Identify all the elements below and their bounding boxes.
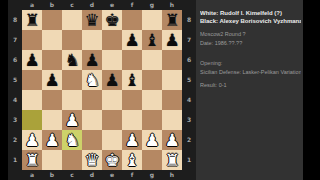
file-label-d: d <box>82 170 102 180</box>
file-label-c: c <box>62 0 82 10</box>
rank-label-4: 4 <box>182 90 196 110</box>
square-e7[interactable] <box>102 30 122 50</box>
piece-black-bishop: ♝ <box>144 30 159 50</box>
square-b6[interactable] <box>42 50 62 70</box>
rank-label-5: 5 <box>8 70 22 90</box>
rank-label-7: 7 <box>182 30 196 50</box>
file-label-f: f <box>122 170 142 180</box>
game-info-panel: White: Rudolf I. Kimelfeld (?) Black: Al… <box>196 0 303 180</box>
file-label-g: g <box>142 170 162 180</box>
date-label: Date: 1986.??.?? <box>200 40 301 47</box>
square-a3[interactable] <box>22 110 42 130</box>
square-e4[interactable] <box>102 90 122 110</box>
piece-black-rook: ♜ <box>24 10 39 30</box>
piece-white-pawn: ♟ <box>124 130 139 150</box>
piece-black-rook: ♜ <box>164 10 179 30</box>
file-label-e: e <box>102 0 122 10</box>
square-g6[interactable] <box>142 50 162 70</box>
square-e6[interactable] <box>102 50 122 70</box>
piece-white-bishop: ♝ <box>124 150 139 170</box>
piece-white-king: ♚ <box>104 150 119 170</box>
rank-label-6: 6 <box>8 50 22 70</box>
file-label-a: a <box>22 170 42 180</box>
black-player-label: Black: Alexey Borisovich Vyzhmanavin (?) <box>200 17 301 25</box>
square-e2[interactable] <box>102 130 122 150</box>
square-g7[interactable]: ♝ <box>142 30 162 50</box>
square-c5[interactable] <box>62 70 82 90</box>
rank-label-3: 3 <box>8 110 22 130</box>
rank-label-8: 8 <box>8 10 22 30</box>
square-h3[interactable] <box>162 110 182 130</box>
square-g2[interactable]: ♟ <box>142 130 162 150</box>
square-b5[interactable]: ♟ <box>42 70 62 90</box>
square-e5[interactable]: ♟ <box>102 70 122 90</box>
rank-label-3: 3 <box>182 110 196 130</box>
square-c1[interactable] <box>62 150 82 170</box>
square-a2[interactable]: ♟ <box>22 130 42 150</box>
square-b7[interactable] <box>42 30 62 50</box>
white-player-label: White: Rudolf I. Kimelfeld (?) <box>200 9 301 17</box>
opening-label: Opening: <box>200 60 301 67</box>
square-b3[interactable] <box>42 110 62 130</box>
square-g3[interactable] <box>142 110 162 130</box>
file-labels-top: abcdefgh <box>22 0 182 10</box>
event-label: Moscow2 Round ? <box>200 31 301 38</box>
piece-white-pawn: ♟ <box>64 110 79 130</box>
file-label-f: f <box>122 0 142 10</box>
rank-label-1: 1 <box>182 150 196 170</box>
square-a7[interactable] <box>22 30 42 50</box>
result-label: Result: 0-1 <box>200 82 301 89</box>
square-f2[interactable]: ♟ <box>122 130 142 150</box>
file-label-g: g <box>142 0 162 10</box>
square-c8[interactable] <box>62 10 82 30</box>
chess-board-frame: abcdefgh 87654321 ♜♛♚♜♟♝♟♟♞♟♟♞♟♝♟♟♟♞♟♟♟♜… <box>8 0 196 180</box>
square-g4[interactable] <box>142 90 162 110</box>
square-h2[interactable]: ♟ <box>162 130 182 150</box>
square-d8[interactable]: ♛ <box>82 10 102 30</box>
square-h1[interactable]: ♜ <box>162 150 182 170</box>
rank-labels-left: 87654321 <box>8 10 22 170</box>
rank-labels-right: 87654321 <box>182 10 196 170</box>
square-d4[interactable] <box>82 90 102 110</box>
rank-label-5: 5 <box>182 70 196 90</box>
square-c2[interactable]: ♞ <box>62 130 82 150</box>
opening-name: Sicilian Defense: Lasker-Pelikan Variati… <box>200 69 301 76</box>
square-c6[interactable]: ♞ <box>62 50 82 70</box>
square-a5[interactable] <box>22 70 42 90</box>
square-g5[interactable] <box>142 70 162 90</box>
square-h8[interactable]: ♜ <box>162 10 182 30</box>
piece-black-bishop: ♝ <box>124 70 139 90</box>
square-b2[interactable]: ♟ <box>42 130 62 150</box>
rank-label-6: 6 <box>182 50 196 70</box>
square-f8[interactable] <box>122 10 142 30</box>
piece-white-rook: ♜ <box>24 150 39 170</box>
piece-white-pawn: ♟ <box>44 130 59 150</box>
square-f7[interactable]: ♟ <box>122 30 142 50</box>
square-f6[interactable] <box>122 50 142 70</box>
file-label-a: a <box>22 0 42 10</box>
file-label-d: d <box>82 0 102 10</box>
square-d5[interactable]: ♞ <box>82 70 102 90</box>
right-black-bar <box>303 0 320 180</box>
piece-white-pawn: ♟ <box>24 130 39 150</box>
file-label-h: h <box>162 0 182 10</box>
file-label-b: b <box>42 170 62 180</box>
square-a8[interactable]: ♜ <box>22 10 42 30</box>
chess-board[interactable]: ♜♛♚♜♟♝♟♟♞♟♟♞♟♝♟♟♟♞♟♟♟♜♛♚♝♜ <box>22 10 182 170</box>
square-d6[interactable]: ♟ <box>82 50 102 70</box>
screen: abcdefgh 87654321 ♜♛♚♜♟♝♟♟♞♟♟♞♟♝♟♟♟♞♟♟♟♜… <box>0 0 320 180</box>
square-f3[interactable] <box>122 110 142 130</box>
square-b8[interactable] <box>42 10 62 30</box>
piece-white-rook: ♜ <box>164 150 179 170</box>
square-c4[interactable] <box>62 90 82 110</box>
square-a4[interactable] <box>22 90 42 110</box>
rank-label-2: 2 <box>8 130 22 150</box>
board-middle-row: 87654321 ♜♛♚♜♟♝♟♟♞♟♟♞♟♝♟♟♟♞♟♟♟♜♛♚♝♜ 8765… <box>8 10 196 170</box>
piece-black-knight: ♞ <box>64 50 79 70</box>
square-c7[interactable] <box>62 30 82 50</box>
file-label-b: b <box>42 0 62 10</box>
square-d2[interactable] <box>82 130 102 150</box>
square-c3[interactable]: ♟ <box>62 110 82 130</box>
rank-label-4: 4 <box>8 90 22 110</box>
piece-black-pawn: ♟ <box>164 30 179 50</box>
square-h6[interactable] <box>162 50 182 70</box>
square-h7[interactable]: ♟ <box>162 30 182 50</box>
piece-black-king: ♚ <box>104 10 119 30</box>
piece-black-pawn: ♟ <box>84 50 99 70</box>
file-label-e: e <box>102 170 122 180</box>
rank-label-2: 2 <box>182 130 196 150</box>
piece-white-pawn: ♟ <box>164 130 179 150</box>
file-label-h: h <box>162 170 182 180</box>
square-e8[interactable]: ♚ <box>102 10 122 30</box>
square-h5[interactable] <box>162 70 182 90</box>
piece-white-knight: ♞ <box>64 130 79 150</box>
piece-black-queen: ♛ <box>84 10 99 30</box>
rank-label-1: 1 <box>8 150 22 170</box>
square-b4[interactable] <box>42 90 62 110</box>
square-b1[interactable] <box>42 150 62 170</box>
square-e1[interactable]: ♚ <box>102 150 122 170</box>
piece-black-pawn: ♟ <box>44 70 59 90</box>
square-f1[interactable]: ♝ <box>122 150 142 170</box>
rank-label-7: 7 <box>8 30 22 50</box>
piece-black-pawn: ♟ <box>24 50 39 70</box>
square-a1[interactable]: ♜ <box>22 150 42 170</box>
square-e3[interactable] <box>102 110 122 130</box>
piece-white-pawn: ♟ <box>144 130 159 150</box>
piece-black-pawn: ♟ <box>104 70 119 90</box>
square-a6[interactable]: ♟ <box>22 50 42 70</box>
rank-label-8: 8 <box>182 10 196 30</box>
square-h4[interactable] <box>162 90 182 110</box>
square-f4[interactable] <box>122 90 142 110</box>
piece-white-knight: ♞ <box>84 70 99 90</box>
square-d3[interactable] <box>82 110 102 130</box>
file-label-c: c <box>62 170 82 180</box>
square-d7[interactable] <box>82 30 102 50</box>
square-g8[interactable] <box>142 10 162 30</box>
square-g1[interactable] <box>142 150 162 170</box>
piece-black-pawn: ♟ <box>124 30 139 50</box>
square-f5[interactable]: ♝ <box>122 70 142 90</box>
file-labels-bottom: abcdefgh <box>22 170 182 180</box>
square-d1[interactable]: ♛ <box>82 150 102 170</box>
piece-white-queen: ♛ <box>84 150 99 170</box>
